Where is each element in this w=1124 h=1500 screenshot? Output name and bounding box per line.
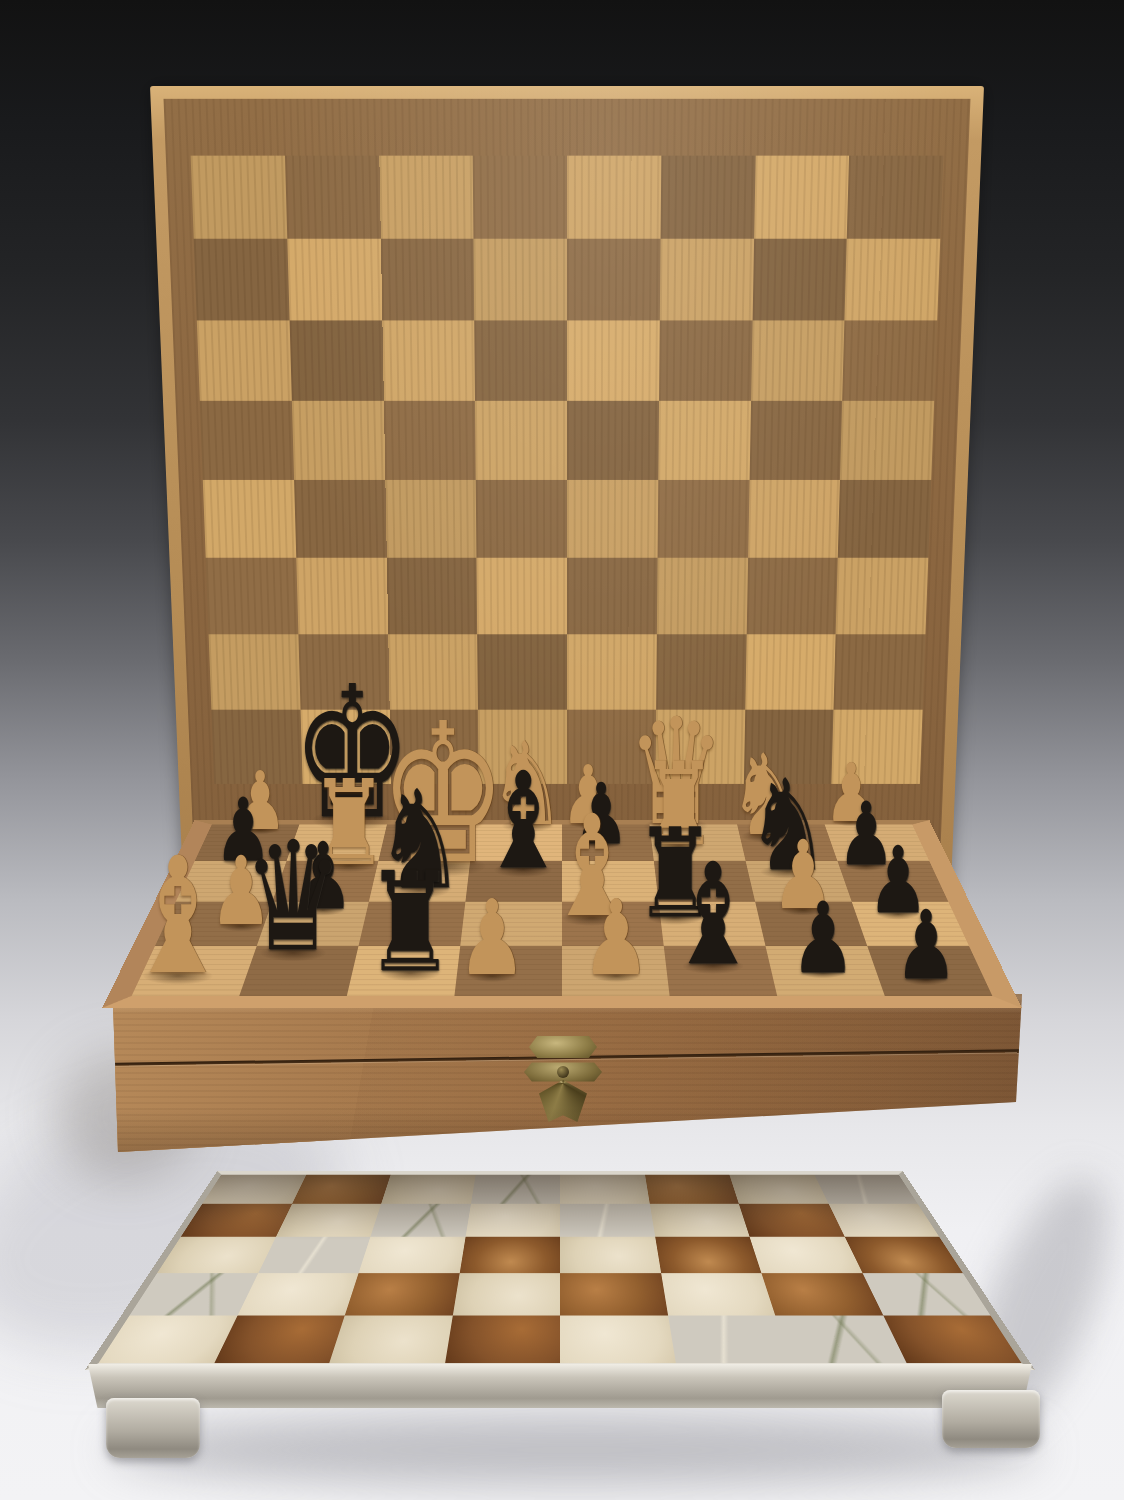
marble-board-shadow-front [110,1415,1040,1485]
square [383,401,476,480]
square [381,1175,475,1204]
square [746,861,852,901]
square [729,1175,828,1204]
square [659,320,752,400]
square [476,480,567,558]
square [181,1204,292,1237]
square [209,634,301,709]
square [389,710,479,784]
box-lid-squares [132,824,993,995]
square [837,861,948,901]
square [329,1315,452,1363]
upright-board-margin [164,99,971,909]
square [567,480,658,558]
square [257,901,369,946]
square [748,480,841,558]
square [385,480,477,558]
square [477,634,567,709]
square [845,239,941,321]
square [202,1175,306,1204]
square [656,634,746,709]
square [852,901,969,946]
square [567,710,656,784]
square [749,401,842,480]
square [197,320,292,400]
square [386,558,477,635]
marble-board-foot-right [942,1390,1040,1448]
square [258,1237,371,1274]
square [285,156,381,239]
square [379,156,474,239]
square [176,861,287,901]
box-lid-seam [115,1049,1020,1065]
square [388,634,478,709]
square [847,156,943,239]
square [292,1175,391,1204]
square [751,320,845,400]
square [358,901,465,946]
square [840,401,934,480]
brass-clasp-catch [524,1060,602,1084]
square [560,1175,649,1204]
square [477,558,567,635]
square [752,239,847,321]
square [191,156,287,239]
square [370,1204,470,1237]
square [743,710,833,784]
square [157,1237,276,1274]
square [664,946,777,996]
square [655,710,745,784]
square [562,824,654,861]
square [287,824,387,861]
square [474,320,567,400]
square [272,861,378,901]
square [842,320,937,400]
square [737,824,837,861]
square [834,634,926,709]
square [828,1204,939,1237]
square [657,558,748,635]
square [567,239,660,321]
square [659,901,766,946]
square [657,480,749,558]
marble-board-front-rail [88,1364,1032,1408]
square [237,1273,358,1315]
square [200,401,294,480]
square [745,634,836,709]
photo-scene: ♟♚♞♟♛♞♟♟♜♚♝♟♜♞♟♟♟♞♝♜♟♟♝♛♜♟♟♝♟♟ [0,0,1124,1500]
square [300,710,390,784]
square [825,824,930,861]
square [655,1237,762,1274]
square [560,1273,668,1315]
square [562,946,670,996]
square [562,861,659,901]
square [475,401,567,480]
square [465,1204,560,1237]
upright-board-squares [191,156,944,784]
square [470,824,562,861]
square [560,1315,675,1363]
square [471,1175,560,1204]
square [746,558,838,635]
square [562,901,664,946]
square [155,901,272,946]
square [739,1204,844,1237]
brass-clasp-fan-pendant [539,1080,587,1122]
square [836,558,928,635]
square [650,824,746,861]
square [755,901,867,946]
marble-board-squares [98,1175,1021,1364]
brass-clasp-knob [557,1066,569,1078]
square [276,1204,381,1237]
square [754,156,850,239]
square [132,946,257,996]
square [473,156,567,239]
square [661,1273,775,1315]
square [750,1237,863,1274]
square [838,480,931,558]
square [862,1273,990,1315]
square [567,634,657,709]
square [195,824,300,861]
square [296,558,388,635]
square [292,401,385,480]
square [287,239,382,321]
square [203,480,296,558]
square [814,1175,918,1204]
square [660,156,755,239]
box-lid-checkerboard [102,820,1022,1008]
square [560,1237,661,1274]
square [239,946,358,996]
square [567,320,660,400]
square [459,1237,560,1274]
square [452,1273,560,1315]
square [567,558,657,635]
square [474,239,567,321]
square [211,710,302,784]
square [645,1175,739,1204]
square [460,901,562,946]
square [658,401,751,480]
square [194,239,290,321]
square [369,861,470,901]
square [130,1273,258,1315]
square [844,1237,963,1274]
square [660,239,754,321]
square [560,1204,655,1237]
square [883,1315,1022,1363]
marble-chessboard [85,1171,1035,1370]
square [445,1315,560,1363]
square [294,480,387,558]
square [298,634,389,709]
square [654,861,755,901]
square [214,1315,345,1363]
square [358,1237,465,1274]
square [465,861,562,901]
square [345,1273,459,1315]
upright-wooden-chessboard [150,86,984,920]
square [206,558,298,635]
square [382,320,475,400]
square [478,710,567,784]
square [668,1315,791,1363]
square [832,710,923,784]
square [567,156,661,239]
square [766,946,885,996]
square [867,946,992,996]
square [347,946,460,996]
brass-clasp-upper-plate [529,1034,597,1060]
marble-board-foot-left [106,1398,200,1458]
square [567,401,659,480]
square [454,946,562,996]
square [380,239,474,321]
square [289,320,383,400]
square [649,1204,749,1237]
square [378,824,474,861]
